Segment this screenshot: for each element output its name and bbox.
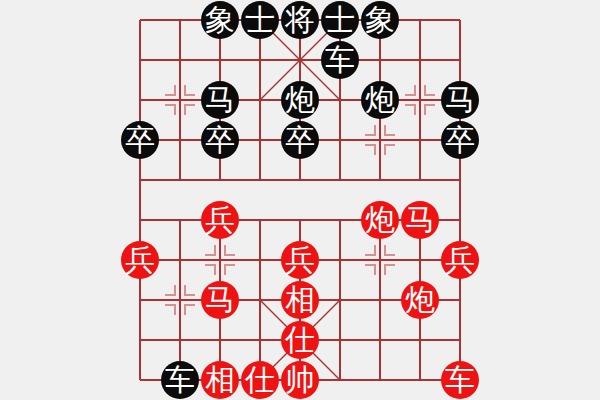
point-marker-bracket bbox=[384, 125, 395, 136]
point-marker-bracket bbox=[384, 144, 395, 155]
red-advisor[interactable]: 仕 bbox=[281, 321, 319, 359]
point-marker-bracket bbox=[224, 245, 235, 256]
black-advisor[interactable]: 士 bbox=[241, 1, 279, 39]
black-soldier[interactable]: 卒 bbox=[441, 121, 479, 159]
red-horse[interactable]: 马 bbox=[201, 281, 239, 319]
point-marker-bracket bbox=[405, 85, 416, 96]
point-marker-bracket bbox=[165, 85, 176, 96]
point-marker-bracket bbox=[405, 104, 416, 115]
red-advisor[interactable]: 仕 bbox=[241, 361, 279, 399]
black-horse[interactable]: 马 bbox=[201, 81, 239, 119]
black-cannon[interactable]: 炮 bbox=[281, 81, 319, 119]
black-chariot[interactable]: 车 bbox=[321, 41, 359, 79]
point-marker-bracket bbox=[165, 104, 176, 115]
red-soldier[interactable]: 兵 bbox=[441, 241, 479, 279]
point-marker-bracket bbox=[384, 264, 395, 275]
point-marker-bracket bbox=[365, 144, 376, 155]
black-horse[interactable]: 马 bbox=[441, 81, 479, 119]
black-cannon[interactable]: 炮 bbox=[361, 81, 399, 119]
point-marker-bracket bbox=[165, 285, 176, 296]
xiangqi-board: 象士将士象车马炮炮马卒卒卒卒车兵炮马兵兵兵马相炮仕相仕帅车 bbox=[0, 0, 600, 400]
point-marker-bracket bbox=[205, 245, 216, 256]
black-elephant[interactable]: 象 bbox=[201, 1, 239, 39]
point-marker-bracket bbox=[184, 104, 195, 115]
black-soldier[interactable]: 卒 bbox=[121, 121, 159, 159]
red-chariot[interactable]: 车 bbox=[441, 361, 479, 399]
point-marker-bracket bbox=[165, 304, 176, 315]
black-chariot[interactable]: 车 bbox=[161, 361, 199, 399]
point-marker-bracket bbox=[365, 125, 376, 136]
point-marker-bracket bbox=[424, 85, 435, 96]
red-general[interactable]: 帅 bbox=[281, 361, 319, 399]
black-soldier[interactable]: 卒 bbox=[201, 121, 239, 159]
point-marker-bracket bbox=[424, 104, 435, 115]
red-horse[interactable]: 马 bbox=[401, 201, 439, 239]
red-cannon[interactable]: 炮 bbox=[361, 201, 399, 239]
black-elephant[interactable]: 象 bbox=[361, 1, 399, 39]
point-marker-bracket bbox=[384, 245, 395, 256]
point-marker-bracket bbox=[184, 304, 195, 315]
red-elephant[interactable]: 相 bbox=[281, 281, 319, 319]
black-advisor[interactable]: 士 bbox=[321, 1, 359, 39]
red-soldier[interactable]: 兵 bbox=[201, 201, 239, 239]
red-elephant[interactable]: 相 bbox=[201, 361, 239, 399]
red-cannon[interactable]: 炮 bbox=[401, 281, 439, 319]
point-marker-bracket bbox=[205, 264, 216, 275]
point-marker-bracket bbox=[184, 285, 195, 296]
point-marker-bracket bbox=[184, 85, 195, 96]
point-marker-bracket bbox=[365, 264, 376, 275]
point-marker-bracket bbox=[365, 245, 376, 256]
red-soldier[interactable]: 兵 bbox=[121, 241, 159, 279]
black-soldier[interactable]: 卒 bbox=[281, 121, 319, 159]
black-general[interactable]: 将 bbox=[281, 1, 319, 39]
point-marker-bracket bbox=[224, 264, 235, 275]
red-soldier[interactable]: 兵 bbox=[281, 241, 319, 279]
